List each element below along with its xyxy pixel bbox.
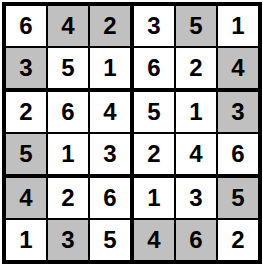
cell-r5c5[interactable]: 3 bbox=[176, 178, 218, 220]
cell-r6c5[interactable]: 6 bbox=[176, 220, 218, 260]
cell-r5c6[interactable]: 5 bbox=[218, 178, 258, 220]
cell-r3c4[interactable]: 5 bbox=[134, 92, 176, 134]
cell-r4c5[interactable]: 4 bbox=[176, 134, 218, 178]
cell-r1c2[interactable]: 4 bbox=[48, 6, 90, 48]
cell-r3c2[interactable]: 6 bbox=[48, 92, 90, 134]
cell-r6c4[interactable]: 4 bbox=[134, 220, 176, 260]
cell-r3c3[interactable]: 4 bbox=[90, 92, 134, 134]
cell-r3c1[interactable]: 2 bbox=[6, 92, 48, 134]
cell-r5c4[interactable]: 1 bbox=[134, 178, 176, 220]
cell-r4c4[interactable]: 2 bbox=[134, 134, 176, 178]
cell-r5c1[interactable]: 4 bbox=[6, 178, 48, 220]
cell-r4c6[interactable]: 6 bbox=[218, 134, 258, 178]
cell-r2c5[interactable]: 2 bbox=[176, 48, 218, 92]
cell-r6c3[interactable]: 5 bbox=[90, 220, 134, 260]
cell-r2c1[interactable]: 3 bbox=[6, 48, 48, 92]
cell-r3c6[interactable]: 3 bbox=[218, 92, 258, 134]
cell-r4c1[interactable]: 5 bbox=[6, 134, 48, 178]
cell-r6c6[interactable]: 2 bbox=[218, 220, 258, 260]
sudoku-board: 6 4 2 3 5 1 3 5 1 6 2 4 2 6 4 5 1 3 5 1 … bbox=[2, 2, 262, 264]
cell-r2c2[interactable]: 5 bbox=[48, 48, 90, 92]
cell-r4c3[interactable]: 3 bbox=[90, 134, 134, 178]
cell-r6c1[interactable]: 1 bbox=[6, 220, 48, 260]
cell-r2c3[interactable]: 1 bbox=[90, 48, 134, 92]
cell-r5c3[interactable]: 6 bbox=[90, 178, 134, 220]
cell-r1c3[interactable]: 2 bbox=[90, 6, 134, 48]
cell-r1c4[interactable]: 3 bbox=[134, 6, 176, 48]
cell-r1c1[interactable]: 6 bbox=[6, 6, 48, 48]
cell-r1c5[interactable]: 5 bbox=[176, 6, 218, 48]
cell-r4c2[interactable]: 1 bbox=[48, 134, 90, 178]
cell-r3c5[interactable]: 1 bbox=[176, 92, 218, 134]
cell-r2c6[interactable]: 4 bbox=[218, 48, 258, 92]
cell-r5c2[interactable]: 2 bbox=[48, 178, 90, 220]
cell-r1c6[interactable]: 1 bbox=[218, 6, 258, 48]
cell-r2c4[interactable]: 6 bbox=[134, 48, 176, 92]
cell-r6c2[interactable]: 3 bbox=[48, 220, 90, 260]
